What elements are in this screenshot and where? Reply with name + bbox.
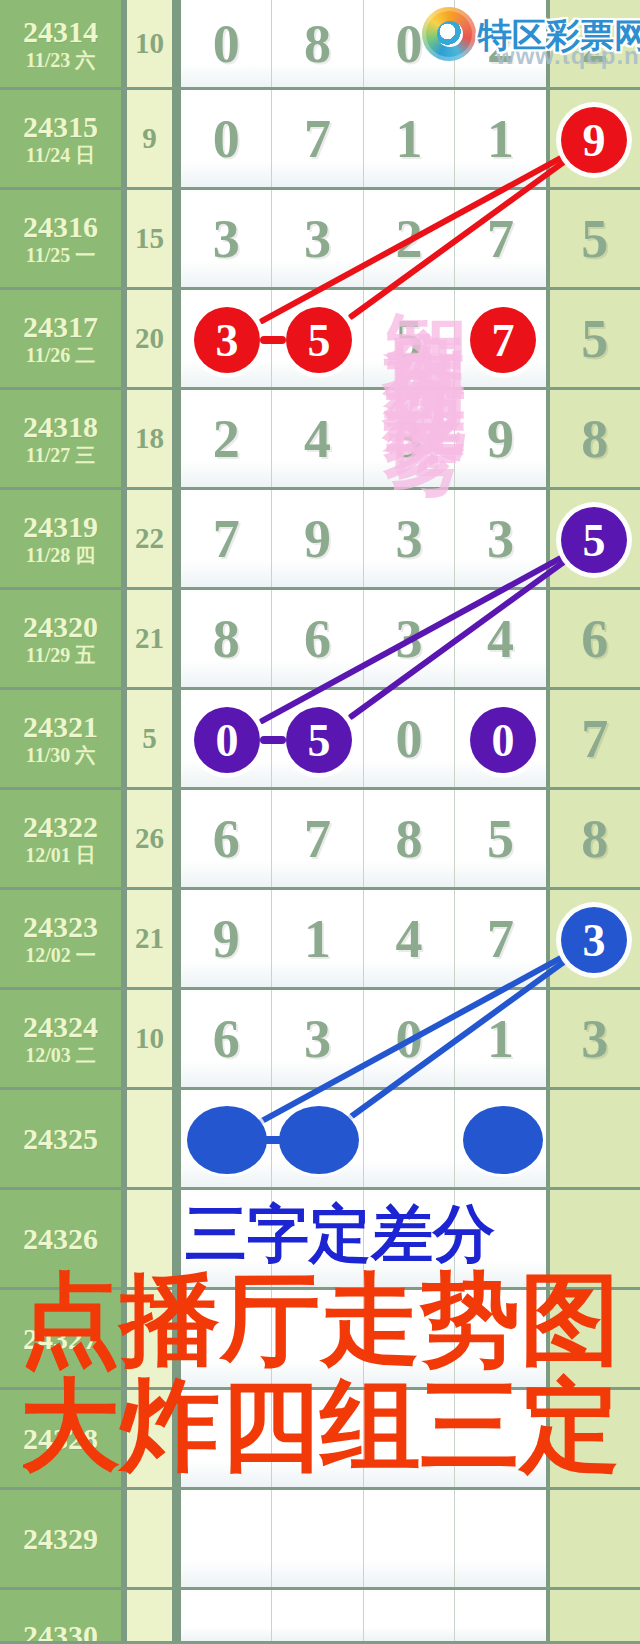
digit-cell: 8: [550, 390, 640, 487]
period-cell: 24325: [0, 1090, 127, 1187]
date-label: 12/02 一: [25, 943, 96, 967]
digit-cell: 8: [364, 790, 455, 887]
sum-cell: 10: [127, 0, 181, 87]
digit-cell: [181, 1590, 272, 1641]
digit-value: 3: [304, 1008, 331, 1070]
table-row: 2432111/30 六507: [0, 690, 640, 790]
period-label: 24315: [23, 110, 98, 143]
digit-cell: 7: [455, 890, 549, 987]
digit-cell: [272, 1590, 363, 1641]
digit-value: 4: [396, 908, 423, 970]
period-cell: 2431911/28 四: [0, 490, 127, 587]
digit-value: 8: [213, 608, 240, 670]
digit-cell: 7: [181, 490, 272, 587]
date-label: 12/01 日: [25, 843, 96, 867]
digit-value: 7: [304, 808, 331, 870]
digit-value: 3: [304, 208, 331, 270]
digit-value: 7: [304, 108, 331, 170]
digit-cell: 6: [181, 990, 272, 1087]
digit-value: 1: [487, 108, 514, 170]
period-cell: 24329: [0, 1490, 127, 1587]
digit-cell: 9: [455, 390, 549, 487]
digit-cell: [181, 690, 272, 787]
digit-cell: 1: [455, 990, 549, 1087]
sum-cell: 18: [127, 390, 181, 487]
digit-cell: 2: [364, 190, 455, 287]
digit-value: 6: [304, 608, 331, 670]
digit-cell: 3: [364, 390, 455, 487]
digit-cell: 3: [181, 190, 272, 287]
digit-cell: 0: [364, 990, 455, 1087]
period-label: 24321: [23, 710, 98, 743]
period-label: 24320: [23, 610, 98, 643]
digit-cell: 2: [181, 390, 272, 487]
digit-value: 9: [487, 408, 514, 470]
period-cell: 2432312/02 一: [0, 890, 127, 987]
digit-value: 9: [213, 908, 240, 970]
digit-value: 3: [581, 1008, 608, 1070]
digit-value: 2: [213, 408, 240, 470]
digit-cell: [550, 1590, 640, 1641]
table-row: 2432212/01 日2667858: [0, 790, 640, 890]
digit-cell: [455, 1590, 549, 1641]
table-row: 24325: [0, 1090, 640, 1190]
digit-value: 4: [304, 408, 331, 470]
digit-value: 3: [396, 508, 423, 570]
period-cell: 2432412/03 二: [0, 990, 127, 1087]
table-row: 2432412/03 二1063013: [0, 990, 640, 1090]
swirl-logo-icon: [422, 7, 476, 61]
caption-red-line2: 大炸四组三定: [10, 1372, 630, 1478]
digit-cell: 3: [272, 990, 363, 1087]
digit-cell: [364, 1490, 455, 1587]
digit-value: 0: [396, 708, 423, 770]
digit-cell: [181, 1090, 272, 1187]
period-label: 24317: [23, 310, 98, 343]
period-label: 24324: [23, 1010, 98, 1043]
period-label: 24329: [23, 1522, 98, 1555]
digit-cell: 7: [550, 690, 640, 787]
sum-cell: [127, 1490, 181, 1587]
digit-cell: [455, 290, 549, 387]
digit-cell: [550, 890, 640, 987]
period-cell: 2431511/24 日: [0, 90, 127, 187]
digit-value: 7: [487, 908, 514, 970]
digit-value: 0: [396, 1008, 423, 1070]
digit-value: 7: [581, 708, 608, 770]
period-label: 24326: [23, 1222, 98, 1255]
date-label: 11/24 日: [26, 143, 95, 167]
digit-cell: 6: [181, 790, 272, 887]
table-row: 2431511/24 日90711: [0, 90, 640, 190]
digit-cell: 1: [272, 890, 363, 987]
period-cell: 2431611/25 一: [0, 190, 127, 287]
sum-cell: [127, 1590, 181, 1641]
period-label: 24322: [23, 810, 98, 843]
digit-value: 8: [581, 808, 608, 870]
sum-cell: 21: [127, 590, 181, 687]
digit-value: 5: [581, 308, 608, 370]
digit-cell: 8: [272, 0, 363, 87]
period-cell: 24330: [0, 1590, 127, 1641]
table-row: 24329: [0, 1490, 640, 1590]
digit-cell: 4: [272, 390, 363, 487]
digit-value: 5: [581, 208, 608, 270]
digit-cell: 5: [550, 190, 640, 287]
digit-value: 3: [396, 608, 423, 670]
date-label: 11/25 一: [26, 243, 95, 267]
digit-value: 7: [213, 508, 240, 570]
digit-cell: 3: [550, 990, 640, 1087]
digit-cell: 1: [455, 90, 549, 187]
digit-cell: 9: [272, 490, 363, 587]
caption-red-line1: 点播厅走势图: [10, 1266, 630, 1372]
digit-value: 1: [396, 108, 423, 170]
digit-cell: 3: [364, 490, 455, 587]
period-cell: 2432111/30 六: [0, 690, 127, 787]
table-row: 24330: [0, 1590, 640, 1644]
digit-value: 0: [213, 13, 240, 75]
period-cell: 2431411/23 六: [0, 0, 127, 87]
digit-value: 3: [487, 508, 514, 570]
digit-value: 6: [581, 608, 608, 670]
date-label: 11/27 三: [26, 443, 95, 467]
digit-cell: 5: [455, 790, 549, 887]
sum-cell: [127, 1090, 181, 1187]
sum-cell: 22: [127, 490, 181, 587]
digit-cell: 5: [364, 290, 455, 387]
digit-value: 6: [213, 808, 240, 870]
sum-cell: 15: [127, 190, 181, 287]
period-cell: 2432011/29 五: [0, 590, 127, 687]
digit-cell: [364, 1090, 455, 1187]
digit-cell: 3: [455, 490, 549, 587]
digit-value: 8: [396, 808, 423, 870]
digit-cell: 3: [272, 190, 363, 287]
digit-value: 7: [487, 208, 514, 270]
digit-cell: [272, 1090, 363, 1187]
digit-cell: [272, 290, 363, 387]
table-row: 2432011/29 五2186346: [0, 590, 640, 690]
period-label: 24325: [23, 1122, 98, 1155]
digit-value: 9: [304, 508, 331, 570]
sum-cell: 20: [127, 290, 181, 387]
digit-cell: [550, 90, 640, 187]
sum-cell: 10: [127, 990, 181, 1087]
digit-cell: 6: [550, 590, 640, 687]
digit-cell: 4: [364, 890, 455, 987]
sum-cell: 26: [127, 790, 181, 887]
digit-cell: [455, 1490, 549, 1587]
digit-cell: [272, 1490, 363, 1587]
period-label: 24316: [23, 210, 98, 243]
digit-cell: 0: [181, 90, 272, 187]
digit-cell: [550, 1490, 640, 1587]
digit-cell: 7: [455, 190, 549, 287]
date-label: 11/29 五: [26, 643, 95, 667]
period-label: 24314: [23, 15, 98, 48]
table-row: 2431811/27 三1824398: [0, 390, 640, 490]
table-row: 2431911/28 四227933: [0, 490, 640, 590]
lottery-trend-screenshot: 2431411/23 六10080222431511/24 日907112431…: [0, 0, 640, 1644]
digit-value: 3: [213, 208, 240, 270]
digit-value: 1: [487, 1008, 514, 1070]
digit-cell: [181, 290, 272, 387]
digit-value: 1: [304, 908, 331, 970]
site-logo-name: 特区彩票网: [478, 13, 640, 59]
digit-value: 2: [396, 208, 423, 270]
period-cell: 2432212/01 日: [0, 790, 127, 887]
digit-cell: [550, 490, 640, 587]
digit-cell: 4: [455, 590, 549, 687]
date-label: 11/26 二: [26, 343, 95, 367]
digit-cell: 9: [181, 890, 272, 987]
sum-cell: 9: [127, 90, 181, 187]
period-cell: 2431711/26 二: [0, 290, 127, 387]
digit-value: 3: [396, 408, 423, 470]
digit-value: 0: [396, 13, 423, 75]
digit-value: 5: [396, 308, 423, 370]
digit-value: 8: [304, 13, 331, 75]
digit-value: 0: [213, 108, 240, 170]
date-label: 11/28 四: [26, 543, 95, 567]
digit-cell: 0: [364, 690, 455, 787]
date-label: 11/30 六: [26, 743, 95, 767]
date-label: 12/03 二: [25, 1043, 96, 1067]
sum-cell: 21: [127, 890, 181, 987]
digit-value: 4: [487, 608, 514, 670]
digit-cell: 8: [181, 590, 272, 687]
digit-cell: [364, 1590, 455, 1641]
period-label: 24319: [23, 510, 98, 543]
digit-value: 5: [487, 808, 514, 870]
table-row: 2431711/26 二2055: [0, 290, 640, 390]
digit-cell: [455, 690, 549, 787]
digit-cell: 3: [364, 590, 455, 687]
sum-cell: 5: [127, 690, 181, 787]
table-row: 2431611/25 一1533275: [0, 190, 640, 290]
digit-cell: 6: [272, 590, 363, 687]
digit-value: 6: [213, 1008, 240, 1070]
digit-cell: [455, 1090, 549, 1187]
period-label: 24323: [23, 910, 98, 943]
digit-cell: 5: [550, 290, 640, 387]
digit-cell: 0: [181, 0, 272, 87]
period-label: 24318: [23, 410, 98, 443]
digit-cell: 8: [550, 790, 640, 887]
period-label: 24330: [23, 1619, 98, 1641]
period-cell: 2431811/27 三: [0, 390, 127, 487]
date-label: 11/23 六: [26, 48, 95, 72]
digit-cell: 7: [272, 90, 363, 187]
digit-cell: [272, 690, 363, 787]
digit-cell: 1: [364, 90, 455, 187]
digit-cell: [550, 1090, 640, 1187]
table-row: 2432312/02 一219147: [0, 890, 640, 990]
digit-value: 8: [581, 408, 608, 470]
digit-cell: 7: [272, 790, 363, 887]
digit-cell: [181, 1490, 272, 1587]
